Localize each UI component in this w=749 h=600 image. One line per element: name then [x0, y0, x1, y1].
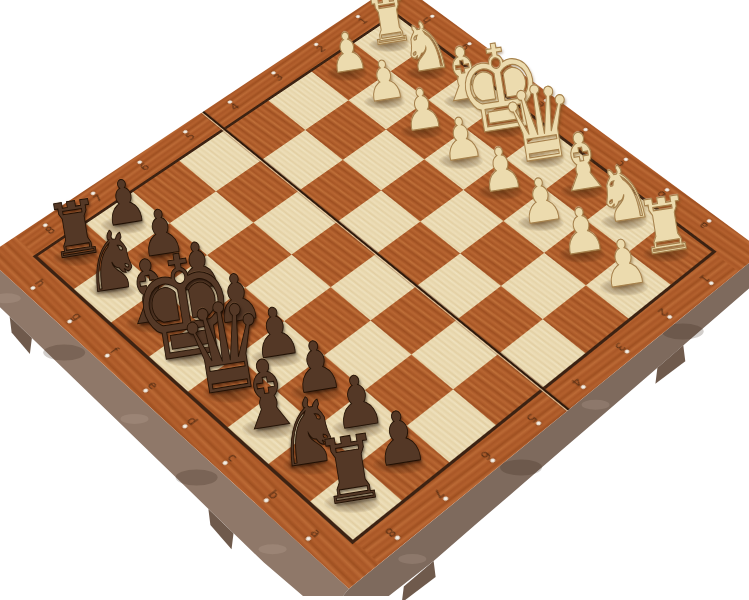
screw-dot [708, 281, 715, 286]
screw-dot [66, 319, 73, 324]
screw-dot [624, 349, 631, 354]
piece-white-pawn[interactable]: ♟ [598, 235, 652, 292]
base-texture [398, 554, 426, 564]
base-texture [500, 460, 542, 476]
base-texture [43, 345, 85, 361]
base-texture [582, 400, 610, 410]
screw-dot [30, 285, 37, 290]
screw-dot [535, 420, 542, 426]
base-texture [259, 544, 287, 554]
screw-dot [442, 496, 449, 502]
chess-set-photo: hgfedcba hgfedcba 12345678 12345678 ♜♞♟♝… [0, 0, 749, 600]
screw-dot [580, 384, 587, 389]
piece-black-rook[interactable]: ♜ [313, 430, 389, 510]
screw-dot [394, 535, 401, 541]
screw-dot [182, 424, 189, 430]
screw-dot [489, 458, 496, 464]
base-texture [176, 470, 218, 486]
base-texture [121, 414, 149, 424]
screw-dot [104, 353, 111, 358]
screw-dot [666, 314, 673, 319]
